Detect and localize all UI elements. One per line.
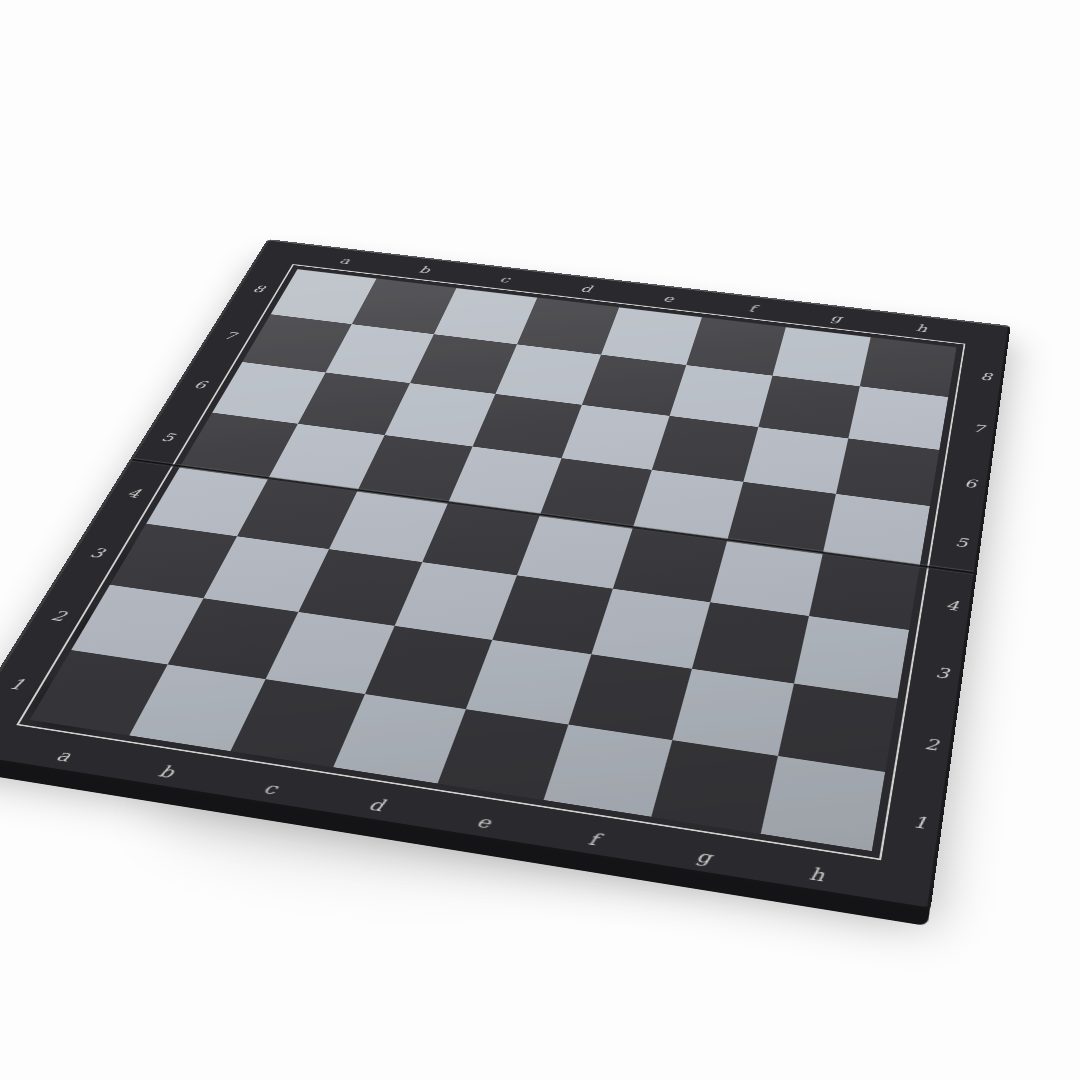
rank-label-left-1: 1 (6, 675, 28, 693)
file-label-top-e: e (662, 292, 675, 304)
file-label-top-b: b (417, 264, 432, 275)
file-label-bottom-e: e (474, 811, 493, 832)
rank-label-right-3: 3 (934, 663, 950, 681)
file-label-top-c: c (498, 273, 512, 284)
file-label-top-h: h (915, 322, 928, 334)
file-label-bottom-g: g (695, 845, 714, 866)
file-label-bottom-f: f (586, 828, 600, 848)
rank-label-right-5: 5 (954, 534, 968, 550)
folding-game-board: aabbccddeeffgghh1122334455667788 ♝♟♟♚♛♟♝… (0, 239, 1011, 910)
file-label-bottom-b: b (156, 761, 178, 781)
rank-label-left-2: 2 (48, 608, 69, 625)
white-bishop-glyph: ♝ (628, 466, 746, 507)
rank-label-left-8: 8 (251, 283, 267, 295)
rank-label-right-6: 6 (963, 476, 977, 491)
rank-label-left-5: 5 (159, 430, 178, 444)
rank-label-right-7: 7 (972, 421, 985, 435)
file-label-bottom-d: d (366, 794, 387, 814)
rank-label-right-4: 4 (945, 597, 960, 614)
rank-label-right-8: 8 (979, 370, 992, 383)
file-label-bottom-c: c (261, 778, 281, 798)
perspective-scene: aabbccddeeffgghh1122334455667788 ♝♟♟♚♛♟♝… (0, 0, 1080, 1080)
file-label-bottom-h: h (808, 863, 826, 885)
rank-label-right-1: 1 (912, 812, 929, 833)
product-photo-stage: aabbccddeeffgghh1122334455667788 ♝♟♟♚♛♟♝… (0, 0, 1080, 1080)
file-label-top-g: g (829, 312, 842, 324)
file-label-top-d: d (579, 283, 594, 295)
rank-label-left-3: 3 (88, 545, 108, 561)
file-label-bottom-a: a (53, 745, 75, 764)
rank-label-left-4: 4 (124, 486, 143, 501)
file-label-top-f: f (747, 302, 756, 313)
rank-label-left-6: 6 (191, 378, 209, 391)
rank-label-left-7: 7 (222, 329, 239, 341)
file-label-top-a: a (338, 255, 353, 266)
rank-label-right-2: 2 (923, 735, 939, 754)
